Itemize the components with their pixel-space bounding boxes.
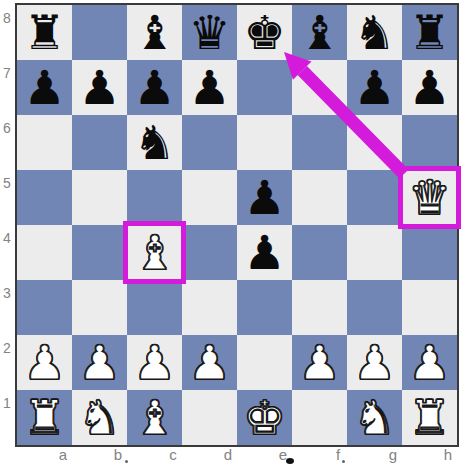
square-b8[interactable] [72, 5, 127, 60]
square-g8[interactable]: ♞ [347, 5, 402, 60]
black-pawn[interactable]: ♟ [347, 60, 402, 115]
square-g5[interactable] [347, 170, 402, 225]
square-b4[interactable] [72, 225, 127, 280]
square-c3[interactable] [127, 280, 182, 335]
square-c1[interactable]: ♝ [127, 390, 182, 445]
rank-label-7: 7 [0, 65, 14, 81]
square-g2[interactable]: ♟ [347, 335, 402, 390]
square-g4[interactable] [347, 225, 402, 280]
square-c6[interactable]: ♞ [127, 115, 182, 170]
rank-label-6: 6 [0, 120, 14, 136]
file-label-g: g [385, 447, 401, 463]
white-pawn[interactable]: ♟ [17, 335, 72, 390]
square-f5[interactable] [292, 170, 347, 225]
file-label-a: a [55, 447, 71, 463]
black-knight[interactable]: ♞ [127, 115, 182, 170]
black-pawn[interactable]: ♟ [17, 60, 72, 115]
square-d5[interactable] [182, 170, 237, 225]
square-d2[interactable]: ♟ [182, 335, 237, 390]
black-pawn[interactable]: ♟ [237, 170, 292, 225]
white-bishop[interactable]: ♝ [127, 390, 182, 445]
square-b7[interactable]: ♟ [72, 60, 127, 115]
white-pawn[interactable]: ♟ [127, 335, 182, 390]
white-pawn[interactable]: ♟ [402, 335, 457, 390]
square-f7[interactable] [292, 60, 347, 115]
square-e2[interactable] [237, 335, 292, 390]
black-pawn[interactable]: ♟ [402, 60, 457, 115]
file-label-h: h [440, 447, 456, 463]
square-a3[interactable] [17, 280, 72, 335]
white-knight[interactable]: ♞ [347, 390, 402, 445]
square-h5[interactable]: ♛ [402, 170, 457, 225]
square-e4[interactable]: ♟ [237, 225, 292, 280]
rank-label-5: 5 [0, 175, 14, 191]
square-f1[interactable] [292, 390, 347, 445]
square-c7[interactable]: ♟ [127, 60, 182, 115]
square-c4[interactable]: ♝ [127, 225, 182, 280]
rank-label-3: 3 [0, 285, 14, 301]
white-knight[interactable]: ♞ [72, 390, 127, 445]
square-e1[interactable]: ♚ [237, 390, 292, 445]
square-b2[interactable]: ♟ [72, 335, 127, 390]
square-d6[interactable] [182, 115, 237, 170]
square-g1[interactable]: ♞ [347, 390, 402, 445]
white-pawn[interactable]: ♟ [292, 335, 347, 390]
square-a6[interactable] [17, 115, 72, 170]
square-e3[interactable] [237, 280, 292, 335]
cropped-glyph-artifact-0 [125, 460, 128, 463]
square-h2[interactable]: ♟ [402, 335, 457, 390]
square-d7[interactable]: ♟ [182, 60, 237, 115]
square-c5[interactable] [127, 170, 182, 225]
square-e8[interactable]: ♚ [237, 5, 292, 60]
square-c2[interactable]: ♟ [127, 335, 182, 390]
square-f4[interactable] [292, 225, 347, 280]
black-queen[interactable]: ♛ [182, 5, 237, 60]
square-h7[interactable]: ♟ [402, 60, 457, 115]
black-rook[interactable]: ♜ [17, 5, 72, 60]
black-knight[interactable]: ♞ [347, 5, 402, 60]
square-g3[interactable] [347, 280, 402, 335]
square-h8[interactable]: ♜ [402, 5, 457, 60]
square-a7[interactable]: ♟ [17, 60, 72, 115]
square-f6[interactable] [292, 115, 347, 170]
black-bishop[interactable]: ♝ [292, 5, 347, 60]
black-pawn[interactable]: ♟ [127, 60, 182, 115]
rank-label-4: 4 [0, 230, 14, 246]
square-g6[interactable] [347, 115, 402, 170]
square-b1[interactable]: ♞ [72, 390, 127, 445]
black-rook[interactable]: ♜ [402, 5, 457, 60]
square-a5[interactable] [17, 170, 72, 225]
rank-label-2: 2 [0, 340, 14, 356]
square-a1[interactable]: ♜ [17, 390, 72, 445]
square-d4[interactable] [182, 225, 237, 280]
square-d1[interactable] [182, 390, 237, 445]
square-h3[interactable] [402, 280, 457, 335]
square-b3[interactable] [72, 280, 127, 335]
square-f2[interactable]: ♟ [292, 335, 347, 390]
black-pawn[interactable]: ♟ [182, 60, 237, 115]
square-b5[interactable] [72, 170, 127, 225]
black-pawn[interactable]: ♟ [72, 60, 127, 115]
file-label-b: b [110, 447, 126, 463]
square-g7[interactable]: ♟ [347, 60, 402, 115]
cropped-glyph-artifact-1 [286, 458, 294, 464]
black-bishop[interactable]: ♝ [127, 5, 182, 60]
square-a2[interactable]: ♟ [17, 335, 72, 390]
square-a4[interactable] [17, 225, 72, 280]
file-label-d: d [220, 447, 236, 463]
square-f3[interactable] [292, 280, 347, 335]
white-bishop[interactable]: ♝ [127, 225, 182, 280]
square-h4[interactable] [402, 225, 457, 280]
chess-board-app: ♜♝♛♚♝♞♜♟♟♟♟♟♟♞♟♛♝♟♟♟♟♟♟♟♟♜♞♝♚♞♜ 87654321… [0, 0, 463, 464]
square-e5[interactable]: ♟ [237, 170, 292, 225]
square-a8[interactable]: ♜ [17, 5, 72, 60]
cropped-glyph-artifact-2 [342, 460, 345, 463]
white-queen[interactable]: ♛ [402, 170, 457, 225]
square-c8[interactable]: ♝ [127, 5, 182, 60]
square-f8[interactable]: ♝ [292, 5, 347, 60]
square-h1[interactable]: ♜ [402, 390, 457, 445]
file-label-c: c [165, 447, 181, 463]
black-pawn[interactable]: ♟ [237, 225, 292, 280]
white-pawn[interactable]: ♟ [72, 335, 127, 390]
white-rook[interactable]: ♜ [17, 390, 72, 445]
square-b6[interactable] [72, 115, 127, 170]
white-pawn[interactable]: ♟ [182, 335, 237, 390]
square-e6[interactable] [237, 115, 292, 170]
square-d3[interactable] [182, 280, 237, 335]
rank-label-8: 8 [0, 10, 14, 26]
square-d8[interactable]: ♛ [182, 5, 237, 60]
square-e7[interactable] [237, 60, 292, 115]
white-king[interactable]: ♚ [237, 390, 292, 445]
black-king[interactable]: ♚ [237, 5, 292, 60]
white-rook[interactable]: ♜ [402, 390, 457, 445]
chess-board: ♜♝♛♚♝♞♜♟♟♟♟♟♟♞♟♛♝♟♟♟♟♟♟♟♟♜♞♝♚♞♜ [15, 3, 459, 447]
square-h6[interactable] [402, 115, 457, 170]
rank-label-1: 1 [0, 395, 14, 411]
white-pawn[interactable]: ♟ [347, 335, 402, 390]
